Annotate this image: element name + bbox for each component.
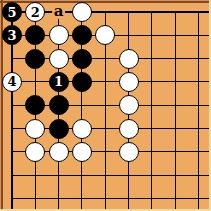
grid-line-horizontal: [11, 175, 211, 176]
white-stone: [49, 49, 69, 69]
black-stone-move-5: 5: [2, 2, 22, 22]
white-stone: [72, 119, 92, 139]
white-stone: [49, 25, 69, 45]
grid-line-vertical: [198, 11, 199, 211]
black-stone-move-3: 3: [2, 25, 22, 45]
grid-line-vertical: [175, 11, 176, 211]
white-stone: [25, 119, 45, 139]
black-stone: [72, 72, 92, 92]
grid-line-vertical: [151, 11, 152, 211]
black-stone-move-1: 1: [49, 72, 69, 92]
black-stone: [49, 95, 69, 115]
white-stone: [119, 72, 139, 92]
white-stone: [72, 2, 92, 22]
grid-line-horizontal: [11, 198, 211, 199]
move-number-label: 5: [7, 6, 16, 19]
go-board: a52341: [0, 0, 211, 211]
white-stone: [95, 25, 115, 45]
black-stone: [25, 25, 45, 45]
white-stone: [119, 95, 139, 115]
move-number-label: 3: [7, 29, 16, 42]
white-stone-move-2: 2: [25, 2, 45, 22]
board-frame-bottom: [0, 209, 211, 211]
white-stone: [49, 142, 69, 162]
white-stone-move-4: 4: [2, 72, 22, 92]
grid-line-horizontal: [11, 81, 211, 82]
white-stone: [119, 119, 139, 139]
move-number-label: 4: [7, 75, 16, 88]
black-stone: [72, 49, 92, 69]
white-stone: [119, 142, 139, 162]
black-stone: [49, 119, 69, 139]
point-label-a: a: [52, 4, 66, 19]
move-number-label: 2: [31, 6, 40, 19]
white-stone: [25, 142, 45, 162]
board-frame-right: [209, 0, 211, 211]
black-stone: [72, 25, 92, 45]
move-number-label: 1: [54, 75, 63, 88]
black-stone: [25, 49, 45, 69]
black-stone: [25, 95, 45, 115]
white-stone: [72, 142, 92, 162]
white-stone: [119, 49, 139, 69]
